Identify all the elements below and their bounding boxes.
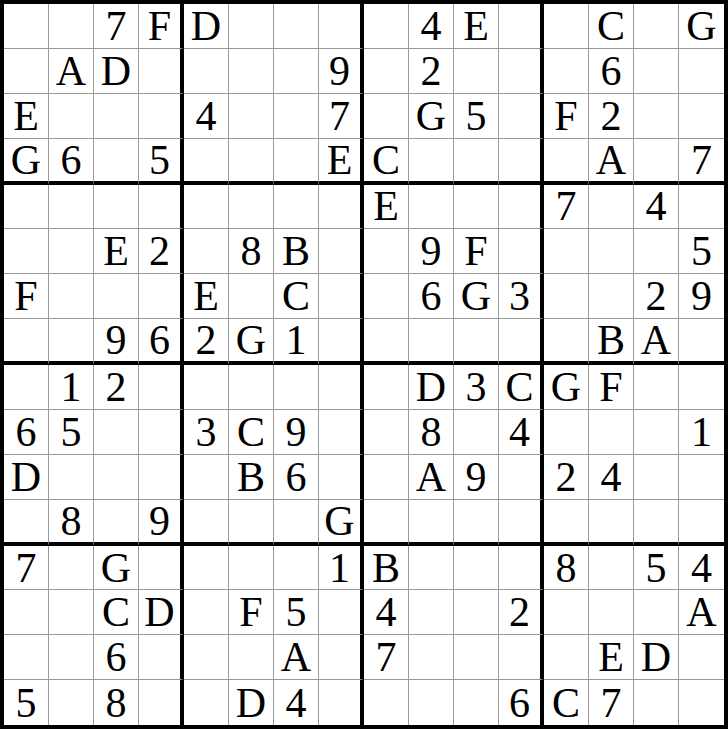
cell-r11c6-given[interactable]: B	[229, 455, 274, 500]
cell-r7c16-given[interactable]: 9	[679, 274, 724, 319]
cell-r3c4-empty[interactable]	[139, 94, 184, 139]
cell-r13c3-given[interactable]: G	[94, 546, 139, 591]
cell-r16c16-empty[interactable]	[679, 680, 724, 725]
cell-value: E	[373, 185, 399, 227]
cell-r16c13-given[interactable]: C	[544, 680, 589, 725]
cell-value: 7	[329, 95, 350, 137]
cell-r13c10-empty[interactable]	[409, 546, 454, 591]
cell-value: 4	[376, 591, 397, 633]
cell-r11c10-given[interactable]: A	[409, 455, 454, 500]
cell-r3c6-empty[interactable]	[229, 94, 274, 139]
cell-r15c1-empty[interactable]	[4, 635, 49, 680]
cell-r12c13-empty[interactable]	[544, 500, 589, 546]
cell-value: A	[281, 636, 311, 678]
cell-r4c5-empty[interactable]	[184, 139, 229, 185]
cell-r3c1-given[interactable]: E	[4, 94, 49, 139]
cell-r8c15-given[interactable]: A	[634, 319, 679, 365]
cell-r10c10-given[interactable]: 8	[409, 410, 454, 455]
cell-r10c6-given[interactable]: C	[229, 410, 274, 455]
cell-r16c3-given[interactable]: 8	[94, 680, 139, 725]
cell-value: G	[11, 139, 41, 181]
cell-r3c12-empty[interactable]	[499, 94, 544, 139]
cell-r6c3-given[interactable]: E	[94, 229, 139, 274]
cell-value: 7	[601, 682, 622, 724]
cell-r6c11-given[interactable]: F	[454, 229, 499, 274]
cell-value: 8	[61, 500, 82, 542]
cell-value: 3	[466, 366, 487, 408]
cell-r14c14-empty[interactable]	[589, 590, 634, 635]
cell-r4c2-given[interactable]: 6	[49, 139, 94, 185]
cell-value: C	[237, 411, 265, 453]
cell-value: 7	[556, 185, 577, 227]
cell-r1c12-empty[interactable]	[499, 4, 544, 49]
cell-r9c3-given[interactable]: 2	[94, 365, 139, 410]
cell-value: 9	[149, 500, 170, 542]
cell-r14c3-given[interactable]: C	[94, 590, 139, 635]
cell-r12c16-empty[interactable]	[679, 500, 724, 546]
cell-r8c10-empty[interactable]	[409, 319, 454, 365]
cell-value: F	[148, 5, 171, 47]
cell-r6c5-empty[interactable]	[184, 229, 229, 274]
cell-r4c10-empty[interactable]	[409, 139, 454, 185]
cell-r7c5-given[interactable]: E	[184, 274, 229, 319]
cell-value: F	[599, 366, 622, 408]
cell-r10c12-given[interactable]: 4	[499, 410, 544, 455]
cell-r14c11-empty[interactable]	[454, 590, 499, 635]
cell-value: 2	[509, 591, 530, 633]
cell-r5c6-empty[interactable]	[229, 185, 274, 230]
cell-r10c1-given[interactable]: 6	[4, 410, 49, 455]
cell-r3c11-given[interactable]: 5	[454, 94, 499, 139]
cell-r1c10-given[interactable]: 4	[409, 4, 454, 49]
cell-r5c9-given[interactable]: E	[364, 185, 409, 230]
cell-r2c9-empty[interactable]	[364, 49, 409, 94]
cell-r5c12-empty[interactable]	[499, 185, 544, 230]
cell-r5c3-empty[interactable]	[94, 185, 139, 230]
cell-r8c11-empty[interactable]	[454, 319, 499, 365]
cell-r16c11-empty[interactable]	[454, 680, 499, 725]
cell-r15c3-given[interactable]: 6	[94, 635, 139, 680]
cell-r16c4-empty[interactable]	[139, 680, 184, 725]
cell-r12c11-empty[interactable]	[454, 500, 499, 546]
cell-r12c2-given[interactable]: 8	[49, 500, 94, 546]
cell-r8c3-given[interactable]: 9	[94, 319, 139, 365]
cell-r11c15-empty[interactable]	[634, 455, 679, 500]
cell-r13c13-given[interactable]: 8	[544, 546, 589, 591]
cell-r13c1-given[interactable]: 7	[4, 546, 49, 591]
cell-r9c6-empty[interactable]	[229, 365, 274, 410]
cell-r3c14-given[interactable]: 2	[589, 94, 634, 139]
cell-r14c7-given[interactable]: 5	[274, 590, 319, 635]
cell-r1c15-empty[interactable]	[634, 4, 679, 49]
cell-value: 9	[691, 275, 712, 317]
cell-value: 8	[241, 230, 262, 272]
cell-value: 8	[106, 682, 127, 724]
cell-r2c6-empty[interactable]	[229, 49, 274, 94]
cell-r2c4-empty[interactable]	[139, 49, 184, 94]
cell-r11c16-empty[interactable]	[679, 455, 724, 500]
cell-r12c10-empty[interactable]	[409, 500, 454, 546]
cell-r10c3-empty[interactable]	[94, 410, 139, 455]
cell-r12c3-empty[interactable]	[94, 500, 139, 546]
cell-r10c14-empty[interactable]	[589, 410, 634, 455]
cell-value: 4	[509, 411, 530, 453]
cell-r5c15-given[interactable]: 4	[634, 185, 679, 230]
cell-r1c7-empty[interactable]	[274, 4, 319, 49]
cell-r2c11-empty[interactable]	[454, 49, 499, 94]
cell-r4c15-empty[interactable]	[634, 139, 679, 185]
cell-r7c15-given[interactable]: 2	[634, 274, 679, 319]
cell-r1c6-empty[interactable]	[229, 4, 274, 49]
cell-r12c6-empty[interactable]	[229, 500, 274, 546]
cell-r4c6-empty[interactable]	[229, 139, 274, 185]
cell-r11c1-given[interactable]: D	[4, 455, 49, 500]
cell-r10c4-empty[interactable]	[139, 410, 184, 455]
cell-value: 9	[421, 230, 442, 272]
cell-r9c2-given[interactable]: 1	[49, 365, 94, 410]
cell-r6c1-empty[interactable]	[4, 229, 49, 274]
cell-r2c12-empty[interactable]	[499, 49, 544, 94]
cell-r8c2-empty[interactable]	[49, 319, 94, 365]
cell-r2c2-given[interactable]: A	[49, 49, 94, 94]
cell-value: E	[598, 636, 624, 678]
cell-r16c9-empty[interactable]	[364, 680, 409, 725]
cell-r12c14-empty[interactable]	[589, 500, 634, 546]
cell-r5c7-empty[interactable]	[274, 185, 319, 230]
cell-value: 4	[691, 547, 712, 589]
cell-r13c11-empty[interactable]	[454, 546, 499, 591]
cell-r7c12-given[interactable]: 3	[499, 274, 544, 319]
cell-r6c8-empty[interactable]	[319, 229, 364, 274]
cell-r15c9-given[interactable]: 7	[364, 635, 409, 680]
cell-r3c2-empty[interactable]	[49, 94, 94, 139]
cell-r4c13-empty[interactable]	[544, 139, 589, 185]
cell-value: 6	[149, 319, 170, 361]
cell-r11c12-empty[interactable]	[499, 455, 544, 500]
cell-r11c2-empty[interactable]	[49, 455, 94, 500]
cell-r7c11-given[interactable]: G	[454, 274, 499, 319]
cell-r6c15-empty[interactable]	[634, 229, 679, 274]
cell-r6c10-given[interactable]: 9	[409, 229, 454, 274]
cell-r14c8-empty[interactable]	[319, 590, 364, 635]
cell-r13c16-given[interactable]: 4	[679, 546, 724, 591]
cell-r10c7-given[interactable]: 9	[274, 410, 319, 455]
cell-r5c4-empty[interactable]	[139, 185, 184, 230]
cell-r14c2-empty[interactable]	[49, 590, 94, 635]
cell-r12c5-empty[interactable]	[184, 500, 229, 546]
cell-r9c12-given[interactable]: C	[499, 365, 544, 410]
cell-r6c2-empty[interactable]	[49, 229, 94, 274]
cell-r3c8-given[interactable]: 7	[319, 94, 364, 139]
cell-r15c4-empty[interactable]	[139, 635, 184, 680]
cell-r4c16-given[interactable]: 7	[679, 139, 724, 185]
cell-r14c9-given[interactable]: 4	[364, 590, 409, 635]
cell-r8c1-empty[interactable]	[4, 319, 49, 365]
cell-value: A	[416, 456, 446, 498]
cell-r9c11-given[interactable]: 3	[454, 365, 499, 410]
cell-r15c10-empty[interactable]	[409, 635, 454, 680]
cell-r1c4-given[interactable]: F	[139, 4, 184, 49]
cell-r12c4-given[interactable]: 9	[139, 500, 184, 546]
cell-value: F	[14, 275, 37, 317]
cell-r10c5-given[interactable]: 3	[184, 410, 229, 455]
cell-r3c13-given[interactable]: F	[544, 94, 589, 139]
cell-r12c9-empty[interactable]	[364, 500, 409, 546]
cell-r7c14-empty[interactable]	[589, 274, 634, 319]
cell-r2c1-empty[interactable]	[4, 49, 49, 94]
cell-r16c7-given[interactable]: 4	[274, 680, 319, 725]
cell-r9c16-empty[interactable]	[679, 365, 724, 410]
cell-r1c2-empty[interactable]	[49, 4, 94, 49]
cell-r12c1-empty[interactable]	[4, 500, 49, 546]
cell-r1c3-given[interactable]: 7	[94, 4, 139, 49]
cell-r5c11-empty[interactable]	[454, 185, 499, 230]
cell-r16c10-empty[interactable]	[409, 680, 454, 725]
cell-value: B	[282, 230, 310, 272]
cell-r7c13-empty[interactable]	[544, 274, 589, 319]
cell-r4c7-empty[interactable]	[274, 139, 319, 185]
cell-value: C	[372, 139, 400, 181]
cell-r7c3-empty[interactable]	[94, 274, 139, 319]
cell-r2c3-given[interactable]: D	[94, 49, 139, 94]
cell-value: 6	[61, 139, 82, 181]
cell-r7c7-given[interactable]: C	[274, 274, 319, 319]
cell-r15c14-given[interactable]: E	[589, 635, 634, 680]
cell-r4c12-empty[interactable]	[499, 139, 544, 185]
cell-r2c14-given[interactable]: 6	[589, 49, 634, 94]
cell-value: 9	[329, 50, 350, 92]
cell-r8c5-given[interactable]: 2	[184, 319, 229, 365]
cell-r12c15-empty[interactable]	[634, 500, 679, 546]
cell-r16c5-empty[interactable]	[184, 680, 229, 725]
cell-r4c4-given[interactable]: 5	[139, 139, 184, 185]
cell-r11c13-given[interactable]: 2	[544, 455, 589, 500]
cell-r5c13-given[interactable]: 7	[544, 185, 589, 230]
cell-r5c5-empty[interactable]	[184, 185, 229, 230]
cell-r8c12-empty[interactable]	[499, 319, 544, 365]
cell-r5c10-empty[interactable]	[409, 185, 454, 230]
cell-r1c14-given[interactable]: C	[589, 4, 634, 49]
cell-r16c1-given[interactable]: 5	[4, 680, 49, 725]
cell-r15c16-empty[interactable]	[679, 635, 724, 680]
cell-r9c13-given[interactable]: G	[544, 365, 589, 410]
cell-r16c15-empty[interactable]	[634, 680, 679, 725]
cell-r6c16-given[interactable]: 5	[679, 229, 724, 274]
cell-r3c5-given[interactable]: 4	[184, 94, 229, 139]
cell-r4c14-given[interactable]: A	[589, 139, 634, 185]
cell-r9c7-empty[interactable]	[274, 365, 319, 410]
cell-r8c6-given[interactable]: G	[229, 319, 274, 365]
cell-r8c16-empty[interactable]	[679, 319, 724, 365]
cell-r15c6-empty[interactable]	[229, 635, 274, 680]
cell-value: D	[191, 5, 221, 47]
cell-r15c12-empty[interactable]	[499, 635, 544, 680]
cell-r2c10-given[interactable]: 2	[409, 49, 454, 94]
cell-r8c14-given[interactable]: B	[589, 319, 634, 365]
cell-value: A	[641, 319, 671, 361]
cell-r10c15-empty[interactable]	[634, 410, 679, 455]
cell-r14c4-given[interactable]: D	[139, 590, 184, 635]
cell-r11c5-empty[interactable]	[184, 455, 229, 500]
cell-r13c7-empty[interactable]	[274, 546, 319, 591]
cell-r15c15-given[interactable]: D	[634, 635, 679, 680]
cell-r3c10-given[interactable]: G	[409, 94, 454, 139]
cell-r15c11-empty[interactable]	[454, 635, 499, 680]
cell-r15c13-empty[interactable]	[544, 635, 589, 680]
cell-r7c2-empty[interactable]	[49, 274, 94, 319]
cell-value: A	[686, 591, 716, 633]
cell-r7c9-empty[interactable]	[364, 274, 409, 319]
cell-r13c8-given[interactable]: 1	[319, 546, 364, 591]
cell-r2c15-empty[interactable]	[634, 49, 679, 94]
cell-r2c5-empty[interactable]	[184, 49, 229, 94]
cell-r3c15-empty[interactable]	[634, 94, 679, 139]
cell-r1c8-empty[interactable]	[319, 4, 364, 49]
cell-r12c7-empty[interactable]	[274, 500, 319, 546]
cell-r6c4-given[interactable]: 2	[139, 229, 184, 274]
cell-r3c9-empty[interactable]	[364, 94, 409, 139]
cell-r5c1-empty[interactable]	[4, 185, 49, 230]
cell-r10c16-given[interactable]: 1	[679, 410, 724, 455]
cell-r11c7-given[interactable]: 6	[274, 455, 319, 500]
cell-r7c8-empty[interactable]	[319, 274, 364, 319]
cell-r16c12-given[interactable]: 6	[499, 680, 544, 725]
cell-r14c10-empty[interactable]	[409, 590, 454, 635]
cell-r13c4-empty[interactable]	[139, 546, 184, 591]
cell-r3c16-empty[interactable]	[679, 94, 724, 139]
cell-value: D	[416, 366, 446, 408]
cell-r14c16-given[interactable]: A	[679, 590, 724, 635]
cell-r13c12-empty[interactable]	[499, 546, 544, 591]
cell-r13c15-given[interactable]: 5	[634, 546, 679, 591]
cell-r10c9-empty[interactable]	[364, 410, 409, 455]
cell-r14c1-empty[interactable]	[4, 590, 49, 635]
cell-r16c2-empty[interactable]	[49, 680, 94, 725]
cell-r10c8-empty[interactable]	[319, 410, 364, 455]
cell-r5c14-empty[interactable]	[589, 185, 634, 230]
cell-r16c14-given[interactable]: 7	[589, 680, 634, 725]
cell-r14c5-empty[interactable]	[184, 590, 229, 635]
cell-r9c10-given[interactable]: D	[409, 365, 454, 410]
cell-value: 9	[466, 456, 487, 498]
cell-r1c11-given[interactable]: E	[454, 4, 499, 49]
cell-r16c8-empty[interactable]	[319, 680, 364, 725]
cell-r4c3-empty[interactable]	[94, 139, 139, 185]
cell-r5c8-empty[interactable]	[319, 185, 364, 230]
cell-r8c9-empty[interactable]	[364, 319, 409, 365]
cell-r2c13-empty[interactable]	[544, 49, 589, 94]
sudoku-board: 7FD4ECGAD926E47G5F2G65ECA7E74E28B9F5FEC6…	[0, 0, 728, 729]
cell-r13c6-empty[interactable]	[229, 546, 274, 591]
cell-r15c8-empty[interactable]	[319, 635, 364, 680]
cell-value: 6	[509, 682, 530, 724]
cell-r14c6-given[interactable]: F	[229, 590, 274, 635]
cell-r6c13-empty[interactable]	[544, 229, 589, 274]
cell-r16c6-given[interactable]: D	[229, 680, 274, 725]
cell-r9c8-empty[interactable]	[319, 365, 364, 410]
cell-r15c2-empty[interactable]	[49, 635, 94, 680]
cell-r12c8-given[interactable]: G	[319, 500, 364, 546]
cell-r1c16-given[interactable]: G	[679, 4, 724, 49]
cell-r4c1-given[interactable]: G	[4, 139, 49, 185]
cell-r9c5-empty[interactable]	[184, 365, 229, 410]
cell-r7c1-given[interactable]: F	[4, 274, 49, 319]
cell-r1c13-empty[interactable]	[544, 4, 589, 49]
cell-r15c5-empty[interactable]	[184, 635, 229, 680]
cell-r8c4-given[interactable]: 6	[139, 319, 184, 365]
cell-r5c2-empty[interactable]	[49, 185, 94, 230]
cell-r3c3-empty[interactable]	[94, 94, 139, 139]
cell-r15c7-given[interactable]: A	[274, 635, 319, 680]
cell-r8c8-empty[interactable]	[319, 319, 364, 365]
cell-r3c7-empty[interactable]	[274, 94, 319, 139]
cell-r1c5-given[interactable]: D	[184, 4, 229, 49]
cell-r14c15-empty[interactable]	[634, 590, 679, 635]
cell-r9c4-empty[interactable]	[139, 365, 184, 410]
cell-r7c4-empty[interactable]	[139, 274, 184, 319]
cell-r13c2-empty[interactable]	[49, 546, 94, 591]
cell-r2c7-empty[interactable]	[274, 49, 319, 94]
cell-r2c8-given[interactable]: 9	[319, 49, 364, 94]
cell-r2c16-empty[interactable]	[679, 49, 724, 94]
cell-value: 2	[646, 275, 667, 317]
cell-value: C	[552, 682, 580, 724]
cell-r11c8-empty[interactable]	[319, 455, 364, 500]
cell-r6c12-empty[interactable]	[499, 229, 544, 274]
cell-r11c4-empty[interactable]	[139, 455, 184, 500]
cell-r13c14-empty[interactable]	[589, 546, 634, 591]
cell-r6c7-given[interactable]: B	[274, 229, 319, 274]
cell-r11c3-empty[interactable]	[94, 455, 139, 500]
cell-r14c12-given[interactable]: 2	[499, 590, 544, 635]
cell-value: D	[11, 456, 41, 498]
cell-r8c13-empty[interactable]	[544, 319, 589, 365]
cell-r10c2-given[interactable]: 5	[49, 410, 94, 455]
cell-r9c9-empty[interactable]	[364, 365, 409, 410]
cell-r13c9-given[interactable]: B	[364, 546, 409, 591]
cell-r6c9-empty[interactable]	[364, 229, 409, 274]
cell-r12c12-empty[interactable]	[499, 500, 544, 546]
cell-r1c9-empty[interactable]	[364, 4, 409, 49]
cell-r4c11-empty[interactable]	[454, 139, 499, 185]
cell-value: B	[372, 547, 400, 589]
cell-r6c6-given[interactable]: 8	[229, 229, 274, 274]
cell-r13c5-empty[interactable]	[184, 546, 229, 591]
cell-r1c1-empty[interactable]	[4, 4, 49, 49]
cell-value: 7	[376, 636, 397, 678]
cell-r5c16-empty[interactable]	[679, 185, 724, 230]
cell-r6c14-empty[interactable]	[589, 229, 634, 274]
cell-r8c7-given[interactable]: 1	[274, 319, 319, 365]
cell-value: 8	[556, 547, 577, 589]
cell-r9c15-empty[interactable]	[634, 365, 679, 410]
cell-r14c13-empty[interactable]	[544, 590, 589, 635]
cell-r4c9-given[interactable]: C	[364, 139, 409, 185]
cell-r11c11-given[interactable]: 9	[454, 455, 499, 500]
cell-value: 2	[106, 366, 127, 408]
cell-r4c8-given[interactable]: E	[319, 139, 364, 185]
cell-value: 5	[149, 139, 170, 181]
cell-r9c14-given[interactable]: F	[589, 365, 634, 410]
cell-r7c6-empty[interactable]	[229, 274, 274, 319]
cell-r10c13-empty[interactable]	[544, 410, 589, 455]
cell-r7c10-given[interactable]: 6	[409, 274, 454, 319]
cell-r11c9-empty[interactable]	[364, 455, 409, 500]
cell-value: 7	[16, 547, 37, 589]
cell-r9c1-empty[interactable]	[4, 365, 49, 410]
cell-r11c14-given[interactable]: 4	[589, 455, 634, 500]
cell-r10c11-empty[interactable]	[454, 410, 499, 455]
